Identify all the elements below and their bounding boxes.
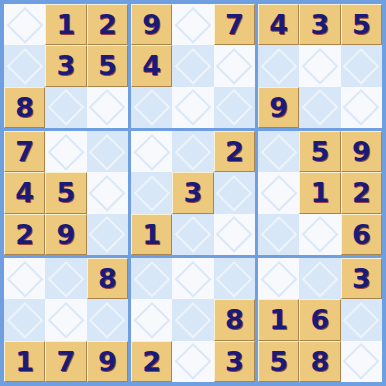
cell-r2c9[interactable] (341, 45, 382, 86)
cell-r8c7: 1 (258, 299, 299, 340)
diamond-icon (343, 89, 379, 125)
cell-value: 5 (98, 52, 117, 79)
cell-value: 6 (311, 306, 330, 333)
diamond-icon (89, 302, 125, 338)
cell-r7c6[interactable] (214, 258, 255, 299)
cell-r3c2[interactable] (45, 87, 86, 128)
box-r1c2: 59126 (258, 131, 382, 255)
cell-r6c3[interactable] (87, 214, 128, 255)
cell-r6c6[interactable] (214, 214, 255, 255)
diamond-icon (302, 89, 338, 125)
cell-r1c6: 7 (214, 4, 255, 45)
cell-r9c4: 2 (131, 341, 172, 382)
diamond-icon (343, 343, 379, 379)
cell-r9c7: 5 (258, 341, 299, 382)
diamond-icon (48, 89, 84, 125)
cell-r8c6: 8 (214, 299, 255, 340)
cell-r8c8: 6 (299, 299, 340, 340)
diamond-icon (48, 134, 84, 170)
cell-r1c8: 3 (299, 4, 340, 45)
cell-value: 7 (15, 138, 34, 165)
cell-value: 2 (98, 11, 117, 38)
cell-r4c1: 7 (4, 131, 45, 172)
cell-r8c5[interactable] (172, 299, 213, 340)
diamond-icon (261, 175, 297, 211)
cell-r9c9[interactable] (341, 341, 382, 382)
cell-value: 2 (225, 138, 244, 165)
cell-r5c4[interactable] (131, 172, 172, 213)
cell-r7c2[interactable] (45, 258, 86, 299)
cell-r6c8[interactable] (299, 214, 340, 255)
cell-r7c9: 3 (341, 258, 382, 299)
cell-r5c7[interactable] (258, 172, 299, 213)
box-r2c1: 823 (131, 258, 255, 382)
diamond-icon (7, 48, 43, 84)
diamond-icon (302, 48, 338, 84)
cell-r2c1[interactable] (4, 45, 45, 86)
diamond-icon (48, 261, 84, 297)
box-r0c0: 12358 (4, 4, 128, 128)
cell-value: 3 (225, 348, 244, 375)
cell-value: 8 (311, 348, 330, 375)
diamond-icon (134, 302, 170, 338)
cell-r6c9: 6 (341, 214, 382, 255)
cell-r8c2[interactable] (45, 299, 86, 340)
cell-r1c2: 1 (45, 4, 86, 45)
diamond-icon (343, 48, 379, 84)
cell-r3c1: 8 (4, 87, 45, 128)
cell-r6c5[interactable] (172, 214, 213, 255)
diamond-icon (134, 134, 170, 170)
diamond-icon (175, 134, 211, 170)
cell-r2c7[interactable] (258, 45, 299, 86)
cell-value: 3 (311, 11, 330, 38)
cell-value: 3 (352, 265, 371, 292)
diamond-icon (302, 216, 338, 252)
diamond-icon (175, 216, 211, 252)
cell-r1c9: 5 (341, 4, 382, 45)
cell-r9c6: 3 (214, 341, 255, 382)
cell-value: 9 (352, 138, 371, 165)
cell-r4c2[interactable] (45, 131, 86, 172)
cell-r4c5[interactable] (172, 131, 213, 172)
cell-value: 9 (57, 221, 76, 248)
cell-r5c8: 1 (299, 172, 340, 213)
box-r0c2: 4359 (258, 4, 382, 128)
cell-r3c7: 9 (258, 87, 299, 128)
cell-r2c6[interactable] (214, 45, 255, 86)
cell-r4c8: 5 (299, 131, 340, 172)
cell-value: 1 (57, 11, 76, 38)
cell-value: 1 (269, 306, 288, 333)
diamond-icon (89, 175, 125, 211)
diamond-icon (175, 343, 211, 379)
box-r1c0: 74529 (4, 131, 128, 255)
cell-r1c7: 4 (258, 4, 299, 45)
cell-r8c9[interactable] (341, 299, 382, 340)
diamond-icon (216, 261, 252, 297)
cell-r8c4[interactable] (131, 299, 172, 340)
diamond-icon (134, 175, 170, 211)
diamond-icon (302, 261, 338, 297)
diamond-icon (134, 89, 170, 125)
cell-value: 4 (15, 179, 34, 206)
diamond-icon (175, 302, 211, 338)
cell-value: 8 (98, 265, 117, 292)
diamond-icon (134, 261, 170, 297)
cell-value: 7 (57, 348, 76, 375)
diamond-icon (216, 216, 252, 252)
cell-r9c2: 7 (45, 341, 86, 382)
cell-r4c4[interactable] (131, 131, 172, 172)
cell-r1c5[interactable] (172, 4, 213, 45)
cell-r1c4: 9 (131, 4, 172, 45)
box-r2c2: 31658 (258, 258, 382, 382)
cell-r7c3: 8 (87, 258, 128, 299)
cell-r2c5[interactable] (172, 45, 213, 86)
diamond-icon (7, 302, 43, 338)
cell-r6c1: 2 (4, 214, 45, 255)
diamond-icon (89, 134, 125, 170)
cell-r2c8[interactable] (299, 45, 340, 86)
cell-r9c3: 9 (87, 341, 128, 382)
cell-value: 7 (225, 11, 244, 38)
diamond-icon (261, 216, 297, 252)
cell-value: 3 (57, 52, 76, 79)
cell-r9c1: 1 (4, 341, 45, 382)
cell-value: 5 (57, 179, 76, 206)
cell-value: 1 (142, 221, 161, 248)
cell-r2c2: 3 (45, 45, 86, 86)
cell-r5c1: 4 (4, 172, 45, 213)
cell-r4c6: 2 (214, 131, 255, 172)
diamond-icon (175, 89, 211, 125)
cell-r3c9[interactable] (341, 87, 382, 128)
diamond-icon (216, 48, 252, 84)
diamond-icon (48, 302, 84, 338)
cell-r3c8[interactable] (299, 87, 340, 128)
cell-r8c1[interactable] (4, 299, 45, 340)
diamond-icon (216, 175, 252, 211)
cell-r1c3: 2 (87, 4, 128, 45)
cell-value: 6 (352, 221, 371, 248)
cell-r6c4: 1 (131, 214, 172, 255)
cell-value: 8 (15, 94, 34, 121)
cell-r9c5[interactable] (172, 341, 213, 382)
cell-value: 2 (142, 348, 161, 375)
cell-value: 2 (352, 179, 371, 206)
cell-r5c2: 5 (45, 172, 86, 213)
cell-r7c8[interactable] (299, 258, 340, 299)
diamond-icon (7, 7, 43, 43)
diamond-icon (261, 48, 297, 84)
cell-r3c6[interactable] (214, 87, 255, 128)
cell-r2c3: 5 (87, 45, 128, 86)
cell-r3c4[interactable] (131, 87, 172, 128)
box-r1c1: 231 (131, 131, 255, 255)
cell-r5c6[interactable] (214, 172, 255, 213)
cell-value: 5 (311, 138, 330, 165)
cell-r7c4[interactable] (131, 258, 172, 299)
cell-value: 1 (15, 348, 34, 375)
cell-value: 5 (352, 11, 371, 38)
cell-r7c5[interactable] (172, 258, 213, 299)
cell-r6c2: 9 (45, 214, 86, 255)
cell-r1c1[interactable] (4, 4, 45, 45)
cell-value: 4 (269, 11, 288, 38)
diamond-icon (261, 134, 297, 170)
cell-value: 3 (184, 179, 203, 206)
cell-r6c7[interactable] (258, 214, 299, 255)
cell-r4c3[interactable] (87, 131, 128, 172)
diamond-icon (89, 89, 125, 125)
cell-r3c3[interactable] (87, 87, 128, 128)
cell-value: 5 (269, 348, 288, 375)
diamond-icon (175, 261, 211, 297)
cell-r5c3[interactable] (87, 172, 128, 213)
cell-value: 9 (142, 11, 161, 38)
cell-value: 1 (311, 179, 330, 206)
diamond-icon (7, 261, 43, 297)
diamond-icon (89, 216, 125, 252)
box-r0c1: 974 (131, 4, 255, 128)
cell-r7c7[interactable] (258, 258, 299, 299)
cell-value: 2 (15, 221, 34, 248)
diamond-icon (261, 261, 297, 297)
sudoku-board: 1235897443597452923159126817982331658 (0, 0, 386, 386)
diamond-icon (175, 48, 211, 84)
cell-r9c8: 8 (299, 341, 340, 382)
cell-r8c3[interactable] (87, 299, 128, 340)
cell-value: 8 (225, 306, 244, 333)
diamond-icon (343, 302, 379, 338)
diamond-icon (216, 89, 252, 125)
cell-value: 9 (269, 94, 288, 121)
cell-r5c9: 2 (341, 172, 382, 213)
cell-r7c1[interactable] (4, 258, 45, 299)
cell-r2c4: 4 (131, 45, 172, 86)
cell-r5c5: 3 (172, 172, 213, 213)
cell-value: 9 (98, 348, 117, 375)
cell-r4c7[interactable] (258, 131, 299, 172)
diamond-icon (175, 7, 211, 43)
box-r2c0: 8179 (4, 258, 128, 382)
cell-value: 4 (142, 52, 161, 79)
cell-r3c5[interactable] (172, 87, 213, 128)
cell-r4c9: 9 (341, 131, 382, 172)
